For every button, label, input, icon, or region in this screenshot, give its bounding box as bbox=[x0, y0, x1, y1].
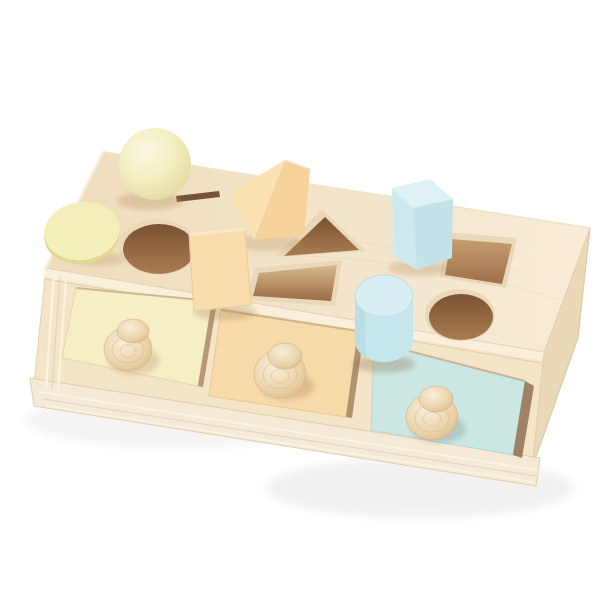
peach-rectangle-block bbox=[189, 229, 251, 311]
toy-box-scene: Wooden Montessori shape-sorting box with… bbox=[0, 0, 612, 612]
blue-cylinder bbox=[353, 275, 415, 373]
hole-circle-left bbox=[123, 224, 195, 274]
product-photo: Wooden Montessori shape-sorting box with… bbox=[0, 0, 612, 612]
drawer-right-knob-cap bbox=[419, 386, 453, 412]
blue-cylinder-top bbox=[355, 275, 413, 317]
drawer-left-knob-cap bbox=[117, 319, 149, 343]
hole-circle-right bbox=[429, 294, 493, 340]
yellow-ball bbox=[119, 128, 191, 200]
blue-cube-side bbox=[413, 199, 453, 270]
drawer-middle-knob-cap bbox=[268, 343, 302, 369]
